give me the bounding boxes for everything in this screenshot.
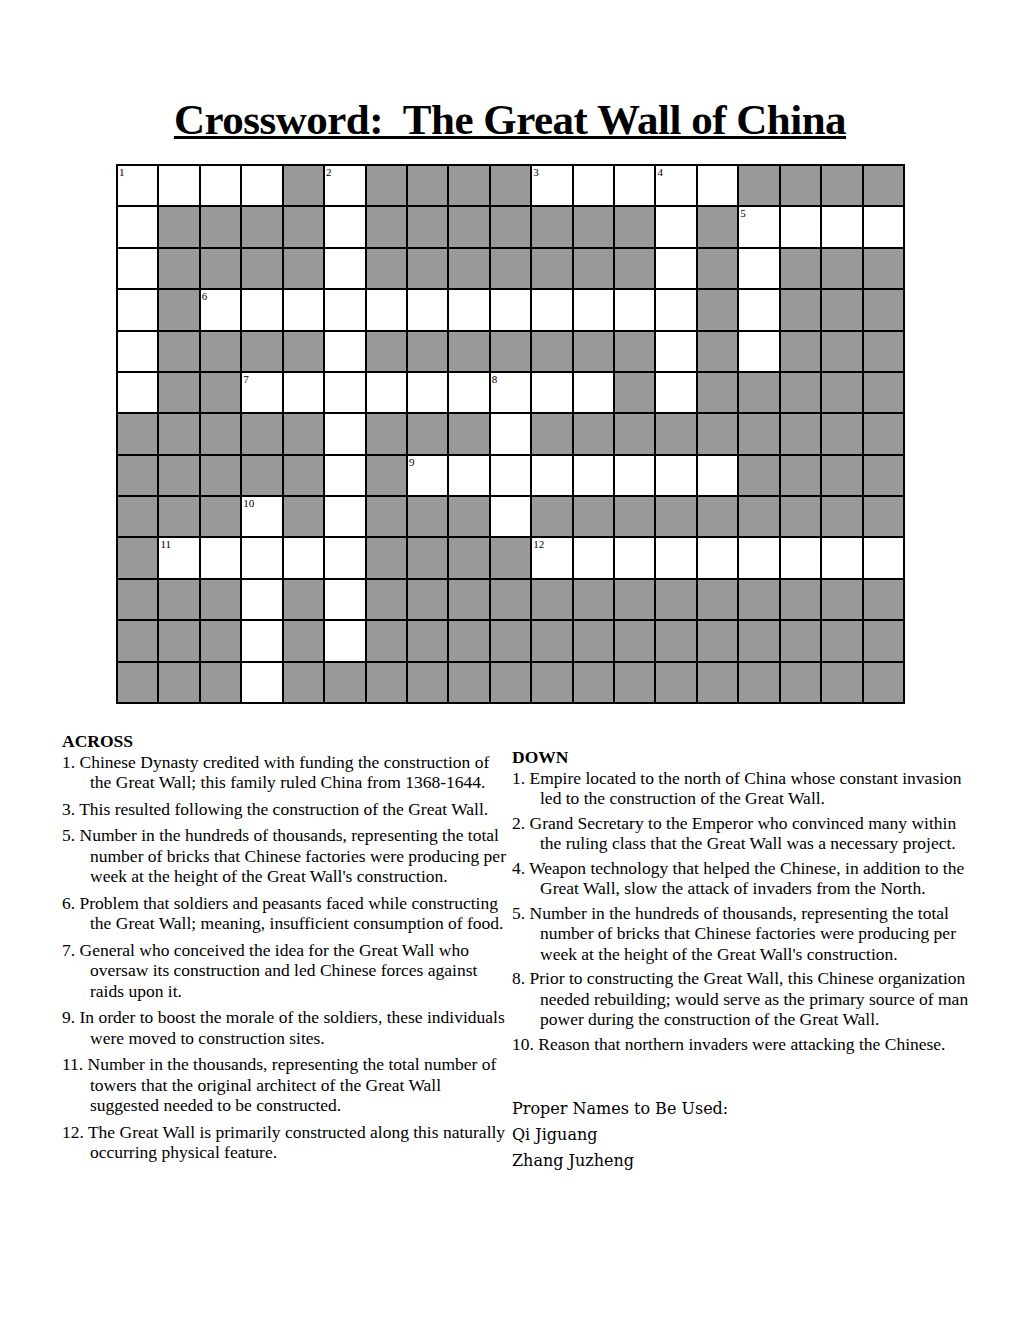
blocked-cell xyxy=(325,663,364,702)
blocked-cell xyxy=(201,580,240,619)
blocked-cell xyxy=(159,663,198,702)
blocked-cell xyxy=(864,414,903,453)
blocked-cell xyxy=(159,290,198,329)
blocked-cell xyxy=(864,249,903,288)
blocked-cell xyxy=(615,580,654,619)
across-clue-5: 5. Number in the hundreds of thousands, … xyxy=(62,825,509,887)
clue-number: 9 xyxy=(409,456,415,468)
grid-cell[interactable] xyxy=(242,290,281,329)
grid-cell[interactable]: 3 xyxy=(532,166,571,205)
blocked-cell xyxy=(574,621,613,660)
blocked-cell xyxy=(491,663,530,702)
blocked-cell xyxy=(656,580,695,619)
grid-cell[interactable] xyxy=(781,207,820,246)
grid-cell[interactable] xyxy=(284,290,323,329)
blocked-cell xyxy=(367,497,406,536)
blocked-cell xyxy=(781,621,820,660)
blocked-cell xyxy=(781,580,820,619)
blocked-cell xyxy=(574,332,613,371)
blocked-cell xyxy=(491,621,530,660)
grid-cell[interactable] xyxy=(656,332,695,371)
grid-cell[interactable] xyxy=(822,207,861,246)
grid-cell[interactable] xyxy=(325,580,364,619)
blocked-cell xyxy=(118,456,157,495)
blocked-cell xyxy=(864,580,903,619)
blocked-cell xyxy=(532,621,571,660)
blocked-cell xyxy=(284,663,323,702)
grid-cell[interactable] xyxy=(615,456,654,495)
blocked-cell xyxy=(781,456,820,495)
blocked-cell xyxy=(367,332,406,371)
grid-cell[interactable] xyxy=(284,373,323,412)
blocked-cell xyxy=(822,166,861,205)
blocked-cell xyxy=(408,166,447,205)
grid-cell[interactable] xyxy=(574,166,613,205)
grid-cell[interactable] xyxy=(656,249,695,288)
proper-name: Qi Jiguang xyxy=(512,1122,978,1148)
grid-cell[interactable]: 1 xyxy=(118,166,157,205)
across-clue-list: 1. Chinese Dynasty credited with funding… xyxy=(62,752,509,1163)
blocked-cell xyxy=(242,456,281,495)
grid-cell[interactable] xyxy=(284,538,323,577)
blocked-cell xyxy=(408,207,447,246)
blocked-cell xyxy=(781,497,820,536)
down-clue-5: 5. Number in the hundreds of thousands, … xyxy=(512,903,978,965)
blocked-cell xyxy=(574,414,613,453)
clue-number: 11 xyxy=(160,538,171,550)
clue-number: 4 xyxy=(657,166,663,178)
grid-cell[interactable] xyxy=(242,621,281,660)
blocked-cell xyxy=(367,580,406,619)
blocked-cell xyxy=(367,621,406,660)
clue-number: 2 xyxy=(326,166,332,178)
blocked-cell xyxy=(159,249,198,288)
down-clue-2: 2. Grand Secretary to the Emperor who co… xyxy=(512,813,978,854)
blocked-cell xyxy=(781,166,820,205)
blocked-cell xyxy=(201,621,240,660)
grid-cell[interactable] xyxy=(118,207,157,246)
grid-cell[interactable] xyxy=(118,290,157,329)
clue-number: 7 xyxy=(243,373,249,385)
grid-cell[interactable]: 12 xyxy=(532,538,571,577)
blocked-cell xyxy=(822,456,861,495)
blocked-cell xyxy=(367,414,406,453)
across-clue-3: 3. This resulted following the construct… xyxy=(62,799,509,820)
grid-cell[interactable] xyxy=(449,456,488,495)
blocked-cell xyxy=(615,663,654,702)
blocked-cell xyxy=(449,166,488,205)
blocked-cell xyxy=(159,456,198,495)
blocked-cell xyxy=(864,621,903,660)
blocked-cell xyxy=(201,332,240,371)
blocked-cell xyxy=(159,414,198,453)
blocked-cell xyxy=(739,373,778,412)
blocked-cell xyxy=(408,249,447,288)
blocked-cell xyxy=(118,621,157,660)
page-title: Crossword: The Great Wall of China xyxy=(0,95,1020,144)
grid-cell[interactable] xyxy=(325,621,364,660)
proper-names-section: Proper Names to Be Used: Qi Jiguang Zhan… xyxy=(512,1096,978,1174)
grid-cell[interactable] xyxy=(325,456,364,495)
blocked-cell xyxy=(284,249,323,288)
blocked-cell xyxy=(615,207,654,246)
blocked-cell xyxy=(822,249,861,288)
blocked-cell xyxy=(864,663,903,702)
blocked-cell xyxy=(864,332,903,371)
grid-cell[interactable] xyxy=(242,166,281,205)
grid-cell[interactable] xyxy=(242,580,281,619)
blocked-cell xyxy=(739,166,778,205)
grid-cell[interactable] xyxy=(325,290,364,329)
grid-cell[interactable] xyxy=(574,456,613,495)
grid-cell[interactable] xyxy=(367,373,406,412)
grid-cell[interactable] xyxy=(656,456,695,495)
blocked-cell xyxy=(532,332,571,371)
grid-cell[interactable] xyxy=(739,249,778,288)
blocked-cell xyxy=(822,290,861,329)
grid-cell[interactable] xyxy=(325,497,364,536)
blocked-cell xyxy=(284,621,323,660)
across-clue-1: 1. Chinese Dynasty credited with funding… xyxy=(62,752,509,793)
across-clue-12: 12. The Great Wall is primarily construc… xyxy=(62,1122,509,1163)
grid-cell[interactable] xyxy=(532,373,571,412)
grid-cell[interactable] xyxy=(739,290,778,329)
blocked-cell xyxy=(201,249,240,288)
grid-cell[interactable]: 6 xyxy=(201,290,240,329)
grid-cell[interactable] xyxy=(242,663,281,702)
clue-number: 3 xyxy=(533,166,539,178)
blocked-cell xyxy=(408,414,447,453)
blocked-cell xyxy=(656,497,695,536)
grid-cell[interactable] xyxy=(325,207,364,246)
grid-cell[interactable] xyxy=(201,166,240,205)
blocked-cell xyxy=(698,373,737,412)
grid-cell[interactable]: 4 xyxy=(656,166,695,205)
grid-cell[interactable]: 11 xyxy=(159,538,198,577)
across-clue-11: 11. Number in the thousands, representin… xyxy=(62,1054,509,1116)
blocked-cell xyxy=(201,373,240,412)
blocked-cell xyxy=(284,456,323,495)
blocked-cell xyxy=(864,373,903,412)
blocked-cell xyxy=(864,456,903,495)
across-clue-6: 6. Problem that soldiers and peasants fa… xyxy=(62,893,509,934)
blocked-cell xyxy=(739,580,778,619)
grid-cell[interactable] xyxy=(574,290,613,329)
grid-cell[interactable] xyxy=(491,497,530,536)
blocked-cell xyxy=(201,456,240,495)
blocked-cell xyxy=(574,580,613,619)
blocked-cell xyxy=(449,414,488,453)
blocked-cell xyxy=(698,414,737,453)
grid-cell[interactable]: 8 xyxy=(491,373,530,412)
grid-cell[interactable] xyxy=(118,373,157,412)
blocked-cell xyxy=(532,497,571,536)
blocked-cell xyxy=(408,580,447,619)
blocked-cell xyxy=(201,497,240,536)
blocked-cell xyxy=(532,249,571,288)
blocked-cell xyxy=(408,621,447,660)
blocked-cell xyxy=(449,207,488,246)
down-clue-8: 8. Prior to constructing the Great Wall,… xyxy=(512,968,978,1030)
blocked-cell xyxy=(615,621,654,660)
blocked-cell xyxy=(284,497,323,536)
blocked-cell xyxy=(284,166,323,205)
blocked-cell xyxy=(449,249,488,288)
blocked-cell xyxy=(532,663,571,702)
blocked-cell xyxy=(242,249,281,288)
blocked-cell xyxy=(367,249,406,288)
blocked-cell xyxy=(532,207,571,246)
grid-cell[interactable] xyxy=(325,414,364,453)
blocked-cell xyxy=(739,414,778,453)
blocked-cell xyxy=(284,414,323,453)
grid-cell[interactable] xyxy=(781,538,820,577)
blocked-cell xyxy=(739,456,778,495)
blocked-cell xyxy=(698,497,737,536)
grid-cell[interactable] xyxy=(822,538,861,577)
blocked-cell xyxy=(159,373,198,412)
blocked-cell xyxy=(698,332,737,371)
blocked-cell xyxy=(367,456,406,495)
blocked-cell xyxy=(159,580,198,619)
blocked-cell xyxy=(781,663,820,702)
grid-cell[interactable] xyxy=(698,538,737,577)
across-section: ACROSS 1. Chinese Dynasty credited with … xyxy=(62,731,509,1169)
across-header: ACROSS xyxy=(62,731,509,752)
blocked-cell xyxy=(781,332,820,371)
blocked-cell xyxy=(118,663,157,702)
blocked-cell xyxy=(449,497,488,536)
blocked-cell xyxy=(242,332,281,371)
blocked-cell xyxy=(408,332,447,371)
blocked-cell xyxy=(367,207,406,246)
blocked-cell xyxy=(615,332,654,371)
grid-cell[interactable] xyxy=(532,456,571,495)
grid-cell[interactable] xyxy=(325,332,364,371)
blocked-cell xyxy=(574,663,613,702)
clue-number: 6 xyxy=(202,290,208,302)
blocked-cell xyxy=(449,580,488,619)
blocked-cell xyxy=(698,249,737,288)
grid-cell[interactable]: 7 xyxy=(242,373,281,412)
grid-cell[interactable] xyxy=(864,207,903,246)
grid-cell[interactable] xyxy=(242,538,281,577)
blocked-cell xyxy=(449,538,488,577)
blocked-cell xyxy=(491,332,530,371)
blocked-cell xyxy=(201,663,240,702)
blocked-cell xyxy=(781,373,820,412)
blocked-cell xyxy=(159,497,198,536)
blocked-cell xyxy=(615,414,654,453)
blocked-cell xyxy=(201,414,240,453)
grid-cell[interactable] xyxy=(656,373,695,412)
blocked-cell xyxy=(864,290,903,329)
proper-names-header: Proper Names to Be Used: xyxy=(512,1096,978,1122)
across-clue-9: 9. In order to boost the morale of the s… xyxy=(62,1007,509,1048)
blocked-cell xyxy=(532,580,571,619)
blocked-cell xyxy=(822,373,861,412)
blocked-cell xyxy=(284,207,323,246)
grid-cell[interactable] xyxy=(739,538,778,577)
down-clue-list: 1. Empire located to the north of China … xyxy=(512,768,978,1055)
grid-cell[interactable] xyxy=(118,332,157,371)
grid-cell[interactable] xyxy=(698,166,737,205)
blocked-cell xyxy=(449,332,488,371)
blocked-cell xyxy=(491,207,530,246)
crossword-grid: 123456789101112 xyxy=(116,164,905,704)
blocked-cell xyxy=(698,663,737,702)
blocked-cell xyxy=(822,332,861,371)
blocked-cell xyxy=(574,497,613,536)
grid-cell[interactable] xyxy=(491,290,530,329)
blocked-cell xyxy=(367,663,406,702)
blocked-cell xyxy=(739,663,778,702)
blocked-cell xyxy=(159,332,198,371)
blocked-cell xyxy=(781,414,820,453)
down-section: DOWN 1. Empire located to the north of C… xyxy=(512,747,978,1058)
clue-number: 5 xyxy=(740,207,746,219)
blocked-cell xyxy=(491,580,530,619)
blocked-cell xyxy=(159,207,198,246)
blocked-cell xyxy=(367,538,406,577)
grid-cell[interactable] xyxy=(656,538,695,577)
clue-number: 12 xyxy=(533,538,544,550)
clue-number: 1 xyxy=(119,166,125,178)
blocked-cell xyxy=(781,290,820,329)
blocked-cell xyxy=(864,497,903,536)
grid-cell[interactable] xyxy=(408,290,447,329)
blocked-cell xyxy=(864,166,903,205)
blocked-cell xyxy=(159,621,198,660)
grid-cell[interactable] xyxy=(656,290,695,329)
blocked-cell xyxy=(698,580,737,619)
blocked-cell xyxy=(532,414,571,453)
blocked-cell xyxy=(574,249,613,288)
blocked-cell xyxy=(449,663,488,702)
grid-cell[interactable] xyxy=(449,373,488,412)
blocked-cell xyxy=(118,580,157,619)
grid-cell[interactable] xyxy=(615,166,654,205)
grid-cell[interactable] xyxy=(615,290,654,329)
blocked-cell xyxy=(408,497,447,536)
grid-cell[interactable]: 10 xyxy=(242,497,281,536)
grid-cell[interactable]: 9 xyxy=(408,456,447,495)
grid-cell[interactable] xyxy=(656,207,695,246)
blocked-cell xyxy=(574,207,613,246)
down-clue-4: 4. Weapon technology that helped the Chi… xyxy=(512,858,978,899)
clue-number: 10 xyxy=(243,497,254,509)
grid-cell[interactable] xyxy=(118,249,157,288)
grid-cell[interactable] xyxy=(449,290,488,329)
grid-cell[interactable] xyxy=(159,166,198,205)
blocked-cell xyxy=(408,663,447,702)
grid-cell[interactable] xyxy=(201,538,240,577)
down-header: DOWN xyxy=(512,747,978,768)
blocked-cell xyxy=(242,207,281,246)
blocked-cell xyxy=(822,497,861,536)
blocked-cell xyxy=(739,497,778,536)
proper-name: Zhang Juzheng xyxy=(512,1148,978,1174)
grid-cell[interactable] xyxy=(574,538,613,577)
grid-cell[interactable] xyxy=(574,373,613,412)
blocked-cell xyxy=(822,663,861,702)
blocked-cell xyxy=(491,538,530,577)
blocked-cell xyxy=(367,166,406,205)
grid-cell[interactable] xyxy=(491,456,530,495)
grid-cell[interactable] xyxy=(325,538,364,577)
blocked-cell xyxy=(408,538,447,577)
down-clue-10: 10. Reason that northern invaders were a… xyxy=(512,1034,978,1055)
grid-cell[interactable]: 2 xyxy=(325,166,364,205)
grid-cell[interactable] xyxy=(325,373,364,412)
blocked-cell xyxy=(656,414,695,453)
grid-cell[interactable] xyxy=(864,538,903,577)
grid-cell[interactable] xyxy=(739,332,778,371)
grid-cell[interactable] xyxy=(367,290,406,329)
blocked-cell xyxy=(201,207,240,246)
grid-cell[interactable] xyxy=(491,414,530,453)
clue-number: 8 xyxy=(492,373,498,385)
blocked-cell xyxy=(739,621,778,660)
blocked-cell xyxy=(284,580,323,619)
blocked-cell xyxy=(118,538,157,577)
blocked-cell xyxy=(698,621,737,660)
blocked-cell xyxy=(615,249,654,288)
blocked-cell xyxy=(615,373,654,412)
grid-cell[interactable]: 5 xyxy=(739,207,778,246)
across-clue-7: 7. General who conceived the idea for th… xyxy=(62,940,509,1002)
grid-cell[interactable] xyxy=(615,538,654,577)
blocked-cell xyxy=(615,497,654,536)
blocked-cell xyxy=(242,414,281,453)
blocked-cell xyxy=(656,621,695,660)
blocked-cell xyxy=(698,207,737,246)
down-clue-1: 1. Empire located to the north of China … xyxy=(512,768,978,809)
blocked-cell xyxy=(491,249,530,288)
grid-cell[interactable] xyxy=(698,456,737,495)
grid-cell[interactable] xyxy=(532,290,571,329)
grid-cell[interactable] xyxy=(325,249,364,288)
blocked-cell xyxy=(822,580,861,619)
grid-cell[interactable] xyxy=(408,373,447,412)
blocked-cell xyxy=(822,414,861,453)
blocked-cell xyxy=(491,166,530,205)
blocked-cell xyxy=(449,621,488,660)
blocked-cell xyxy=(118,497,157,536)
blocked-cell xyxy=(284,332,323,371)
blocked-cell xyxy=(822,621,861,660)
blocked-cell xyxy=(656,663,695,702)
blocked-cell xyxy=(118,414,157,453)
blocked-cell xyxy=(698,290,737,329)
blocked-cell xyxy=(781,249,820,288)
